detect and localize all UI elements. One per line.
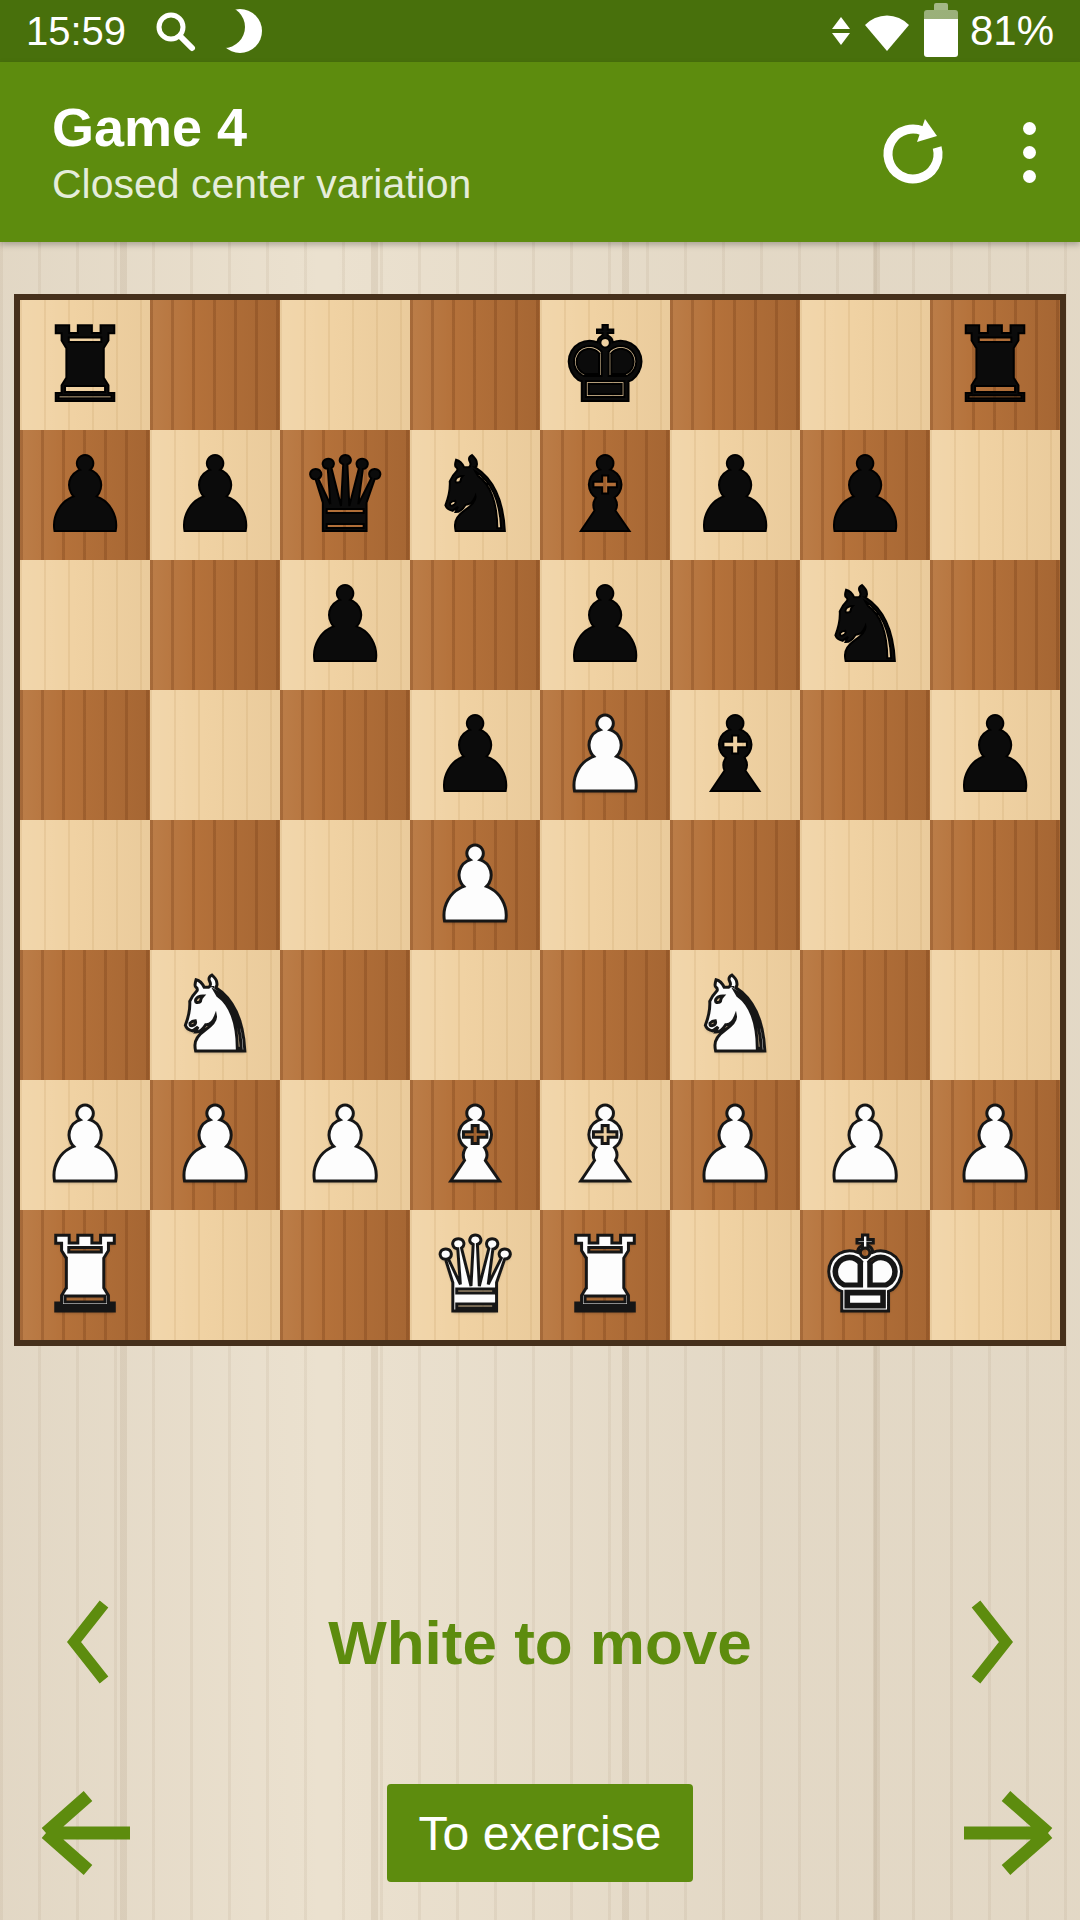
piece-black-rook: ♜ [38,313,131,417]
status-right-cluster: 81% [832,3,1054,59]
piece-black-pawn: ♟ [428,703,521,807]
square-b5[interactable] [150,690,280,820]
square-b4[interactable] [150,820,280,950]
square-g8[interactable] [800,300,930,430]
square-f2[interactable]: ♟ [670,1080,800,1210]
bottom-navigation: To exercise [0,1778,1080,1888]
piece-white-pawn: ♟ [818,1093,911,1197]
square-e8[interactable]: ♚ [540,300,670,430]
piece-white-pawn: ♟ [688,1093,781,1197]
square-e7[interactable]: ♝ [540,430,670,560]
title-block: Game 4 Closed center variation [52,100,471,205]
square-c3[interactable] [280,950,410,1080]
piece-black-pawn: ♟ [38,443,131,547]
to-exercise-button[interactable]: To exercise [387,1784,693,1882]
square-b8[interactable] [150,300,280,430]
clock-text: 15:59 [26,9,126,54]
square-d1[interactable]: ♛ [410,1210,540,1340]
piece-white-bishop: ♝ [428,1093,521,1197]
piece-white-rook: ♜ [38,1223,131,1327]
piece-black-rook: ♜ [948,313,1041,417]
piece-white-pawn: ♟ [948,1093,1041,1197]
chess-board: ♜♚♜♟♟♛♞♝♟♟♟♟♞♟♟♝♟♟♞♞♟♟♟♝♝♟♟♟♜♛♜♚ [14,294,1066,1346]
square-e5[interactable]: ♟ [540,690,670,820]
battery-percent-text: 81% [970,7,1054,55]
chess-app-screen: 15:59 [0,0,1080,1920]
piece-black-pawn: ♟ [298,573,391,677]
square-f6[interactable] [670,560,800,690]
square-b3[interactable]: ♞ [150,950,280,1080]
square-g2[interactable]: ♟ [800,1080,930,1210]
piece-black-king: ♚ [558,313,651,417]
square-d2[interactable]: ♝ [410,1080,540,1210]
square-c5[interactable] [280,690,410,820]
piece-white-knight: ♞ [168,963,261,1067]
square-b6[interactable] [150,560,280,690]
square-a1[interactable]: ♜ [20,1210,150,1340]
previous-game-arrow[interactable] [30,1786,142,1880]
page-subtitle: Closed center variation [52,164,471,205]
piece-white-bishop: ♝ [558,1093,651,1197]
data-arrows-icon [832,17,850,45]
piece-black-pawn: ♟ [558,573,651,677]
square-d7[interactable]: ♞ [410,430,540,560]
square-a8[interactable]: ♜ [20,300,150,430]
piece-white-pawn: ♟ [168,1093,261,1197]
square-d8[interactable] [410,300,540,430]
app-bar: Game 4 Closed center variation [0,62,1080,242]
square-f4[interactable] [670,820,800,950]
square-g1[interactable]: ♚ [800,1210,930,1340]
square-f8[interactable] [670,300,800,430]
next-game-arrow[interactable] [952,1786,1064,1880]
square-d4[interactable]: ♟ [410,820,540,950]
square-d3[interactable] [410,950,540,1080]
square-b1[interactable] [150,1210,280,1340]
square-b2[interactable]: ♟ [150,1080,280,1210]
square-a5[interactable] [20,690,150,820]
wifi-icon [862,9,912,53]
square-h7[interactable] [930,430,1060,560]
square-g7[interactable]: ♟ [800,430,930,560]
square-f3[interactable]: ♞ [670,950,800,1080]
piece-black-pawn: ♟ [818,443,911,547]
refresh-icon[interactable] [875,114,951,190]
square-a3[interactable] [20,950,150,1080]
piece-black-knight: ♞ [428,443,521,547]
square-c1[interactable] [280,1210,410,1340]
turn-indicator-row: White to move [0,1594,1080,1690]
square-e2[interactable]: ♝ [540,1080,670,1210]
square-h8[interactable]: ♜ [930,300,1060,430]
square-e3[interactable] [540,950,670,1080]
previous-move-chevron[interactable] [64,1598,112,1686]
square-h4[interactable] [930,820,1060,950]
piece-white-knight: ♞ [688,963,781,1067]
square-h5[interactable]: ♟ [930,690,1060,820]
piece-black-bishop: ♝ [688,703,781,807]
app-bar-actions [875,114,1080,190]
moon-icon [218,4,264,58]
piece-white-pawn: ♟ [428,833,521,937]
piece-black-pawn: ♟ [948,703,1041,807]
search-icon [152,8,198,54]
battery-icon [924,3,958,59]
square-g3[interactable] [800,950,930,1080]
square-g5[interactable] [800,690,930,820]
piece-black-queen: ♛ [298,443,391,547]
piece-white-king: ♚ [818,1223,911,1327]
square-f5[interactable]: ♝ [670,690,800,820]
piece-white-pawn: ♟ [558,703,651,807]
square-e6[interactable]: ♟ [540,560,670,690]
square-h6[interactable] [930,560,1060,690]
overflow-menu-icon[interactable] [1023,122,1036,183]
square-b7[interactable]: ♟ [150,430,280,560]
square-e4[interactable] [540,820,670,950]
square-e1[interactable]: ♜ [540,1210,670,1340]
piece-black-bishop: ♝ [558,443,651,547]
page-title: Game 4 [52,100,471,154]
square-f1[interactable] [670,1210,800,1340]
piece-black-knight: ♞ [818,573,911,677]
square-g6[interactable]: ♞ [800,560,930,690]
square-f7[interactable]: ♟ [670,430,800,560]
square-a7[interactable]: ♟ [20,430,150,560]
piece-white-queen: ♛ [428,1223,521,1327]
next-move-chevron[interactable] [968,1598,1016,1686]
square-h3[interactable] [930,950,1060,1080]
square-g4[interactable] [800,820,930,950]
piece-black-pawn: ♟ [688,443,781,547]
square-c2[interactable]: ♟ [280,1080,410,1210]
turn-label: White to move [328,1607,752,1678]
square-h1[interactable] [930,1210,1060,1340]
square-d5[interactable]: ♟ [410,690,540,820]
square-h2[interactable]: ♟ [930,1080,1060,1210]
square-a2[interactable]: ♟ [20,1080,150,1210]
piece-black-pawn: ♟ [168,443,261,547]
square-c8[interactable] [280,300,410,430]
square-c6[interactable]: ♟ [280,560,410,690]
square-d6[interactable] [410,560,540,690]
status-bar: 15:59 [0,0,1080,62]
piece-white-rook: ♜ [558,1223,651,1327]
piece-white-pawn: ♟ [298,1093,391,1197]
square-c4[interactable] [280,820,410,950]
square-a6[interactable] [20,560,150,690]
piece-white-pawn: ♟ [38,1093,131,1197]
square-a4[interactable] [20,820,150,950]
square-c7[interactable]: ♛ [280,430,410,560]
